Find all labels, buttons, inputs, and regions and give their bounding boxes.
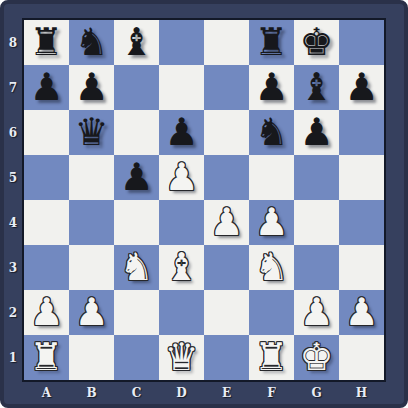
square-f6[interactable]: ♞ <box>249 110 294 155</box>
square-a5[interactable] <box>24 155 69 200</box>
square-a7[interactable]: ♟ <box>24 65 69 110</box>
square-g6[interactable]: ♟ <box>294 110 339 155</box>
square-b5[interactable] <box>69 155 114 200</box>
rank-label-6: 6 <box>4 110 22 155</box>
square-f4[interactable]: ♟ <box>249 200 294 245</box>
square-f2[interactable] <box>249 290 294 335</box>
file-label-h: H <box>339 382 384 404</box>
square-a6[interactable] <box>24 110 69 155</box>
white-pawn-f4[interactable]: ♟ <box>254 200 288 245</box>
black-rook-a8[interactable]: ♜ <box>29 20 63 65</box>
square-b1[interactable] <box>69 335 114 380</box>
rank-label-2: 2 <box>4 290 22 335</box>
square-h7[interactable]: ♟ <box>339 65 384 110</box>
square-f5[interactable] <box>249 155 294 200</box>
square-c1[interactable] <box>114 335 159 380</box>
white-knight-c3[interactable]: ♞ <box>119 245 153 290</box>
rank-label-5: 5 <box>4 155 22 200</box>
file-label-d: D <box>159 382 204 404</box>
square-h1[interactable] <box>339 335 384 380</box>
square-g7[interactable]: ♝ <box>294 65 339 110</box>
rank-label-8: 8 <box>4 20 22 65</box>
square-h3[interactable] <box>339 245 384 290</box>
square-e3[interactable] <box>204 245 249 290</box>
square-b4[interactable] <box>69 200 114 245</box>
square-h4[interactable] <box>339 200 384 245</box>
square-g5[interactable] <box>294 155 339 200</box>
file-label-f: F <box>249 382 294 404</box>
square-a4[interactable] <box>24 200 69 245</box>
square-e5[interactable] <box>204 155 249 200</box>
square-a2[interactable]: ♟ <box>24 290 69 335</box>
black-knight-b8[interactable]: ♞ <box>74 20 108 65</box>
square-h2[interactable]: ♟ <box>339 290 384 335</box>
square-e6[interactable] <box>204 110 249 155</box>
white-pawn-d5[interactable]: ♟ <box>164 155 198 200</box>
square-f8[interactable]: ♜ <box>249 20 294 65</box>
black-rook-f8[interactable]: ♜ <box>254 20 288 65</box>
rank-label-3: 3 <box>4 245 22 290</box>
black-pawn-a7[interactable]: ♟ <box>29 65 63 110</box>
file-label-a: A <box>24 382 69 404</box>
square-h5[interactable] <box>339 155 384 200</box>
black-bishop-g7[interactable]: ♝ <box>299 65 333 110</box>
square-c8[interactable]: ♝ <box>114 20 159 65</box>
square-e7[interactable] <box>204 65 249 110</box>
square-d4[interactable] <box>159 200 204 245</box>
white-king-g1[interactable]: ♚ <box>299 335 333 380</box>
square-b8[interactable]: ♞ <box>69 20 114 65</box>
square-a8[interactable]: ♜ <box>24 20 69 65</box>
square-b3[interactable] <box>69 245 114 290</box>
square-h6[interactable] <box>339 110 384 155</box>
square-c2[interactable] <box>114 290 159 335</box>
square-d7[interactable] <box>159 65 204 110</box>
square-g1[interactable]: ♚ <box>294 335 339 380</box>
square-e1[interactable] <box>204 335 249 380</box>
square-e4[interactable]: ♟ <box>204 200 249 245</box>
black-pawn-h7[interactable]: ♟ <box>344 65 378 110</box>
square-f1[interactable]: ♜ <box>249 335 294 380</box>
black-king-g8[interactable]: ♚ <box>299 20 333 65</box>
square-g3[interactable] <box>294 245 339 290</box>
white-pawn-e4[interactable]: ♟ <box>209 200 243 245</box>
square-d1[interactable]: ♛ <box>159 335 204 380</box>
square-a1[interactable]: ♜ <box>24 335 69 380</box>
white-knight-f3[interactable]: ♞ <box>254 245 288 290</box>
square-c5[interactable]: ♟ <box>114 155 159 200</box>
black-bishop-c8[interactable]: ♝ <box>119 20 153 65</box>
square-h8[interactable] <box>339 20 384 65</box>
black-knight-f6[interactable]: ♞ <box>254 110 288 155</box>
square-d3[interactable]: ♝ <box>159 245 204 290</box>
rank-label-1: 1 <box>4 335 22 380</box>
square-c7[interactable] <box>114 65 159 110</box>
white-pawn-b2[interactable]: ♟ <box>74 290 108 335</box>
black-pawn-f7[interactable]: ♟ <box>254 65 288 110</box>
white-rook-f1[interactable]: ♜ <box>254 335 288 380</box>
file-labels: ABCDEFGH <box>24 382 384 404</box>
rank-label-7: 7 <box>4 65 22 110</box>
square-f3[interactable]: ♞ <box>249 245 294 290</box>
square-c4[interactable] <box>114 200 159 245</box>
white-pawn-a2[interactable]: ♟ <box>29 290 63 335</box>
square-b2[interactable]: ♟ <box>69 290 114 335</box>
square-c6[interactable] <box>114 110 159 155</box>
square-d8[interactable] <box>159 20 204 65</box>
chess-board: ♜♞♝♜♚♟♟♟♝♟♛♟♞♟♟♟♟♟♞♝♞♟♟♟♟♜♛♜♚ <box>22 18 386 382</box>
file-label-b: B <box>69 382 114 404</box>
square-g4[interactable] <box>294 200 339 245</box>
square-b7[interactable]: ♟ <box>69 65 114 110</box>
black-pawn-d6[interactable]: ♟ <box>164 110 198 155</box>
black-pawn-c5[interactable]: ♟ <box>119 155 153 200</box>
black-queen-b6[interactable]: ♛ <box>74 110 108 155</box>
white-bishop-d3[interactable]: ♝ <box>164 245 198 290</box>
white-rook-a1[interactable]: ♜ <box>29 335 63 380</box>
square-d2[interactable] <box>159 290 204 335</box>
square-e2[interactable] <box>204 290 249 335</box>
square-b6[interactable]: ♛ <box>69 110 114 155</box>
square-d6[interactable]: ♟ <box>159 110 204 155</box>
chess-board-frame: 87654321 ♜♞♝♜♚♟♟♟♝♟♛♟♞♟♟♟♟♟♞♝♞♟♟♟♟♜♛♜♚ A… <box>0 0 408 408</box>
square-d5[interactable]: ♟ <box>159 155 204 200</box>
black-pawn-g6[interactable]: ♟ <box>299 110 333 155</box>
black-pawn-b7[interactable]: ♟ <box>74 65 108 110</box>
white-pawn-g2[interactable]: ♟ <box>299 290 333 335</box>
square-f7[interactable]: ♟ <box>249 65 294 110</box>
square-c3[interactable]: ♞ <box>114 245 159 290</box>
file-label-e: E <box>204 382 249 404</box>
rank-label-4: 4 <box>4 200 22 245</box>
file-label-g: G <box>294 382 339 404</box>
file-label-c: C <box>114 382 159 404</box>
square-a3[interactable] <box>24 245 69 290</box>
white-queen-d1[interactable]: ♛ <box>164 335 198 380</box>
rank-labels: 87654321 <box>4 20 22 380</box>
square-e8[interactable] <box>204 20 249 65</box>
white-pawn-h2[interactable]: ♟ <box>344 290 378 335</box>
square-g2[interactable]: ♟ <box>294 290 339 335</box>
square-g8[interactable]: ♚ <box>294 20 339 65</box>
